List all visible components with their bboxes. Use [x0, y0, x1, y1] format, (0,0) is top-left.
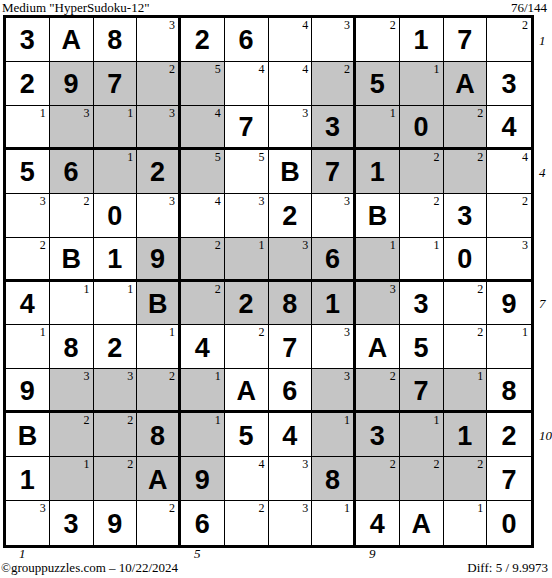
cell-value: 7 [325, 156, 340, 186]
cell-r4c12[interactable]: 4 [487, 150, 531, 194]
pencil-mark: 5 [259, 150, 265, 165]
cell-r6c10[interactable]: 1 [400, 238, 444, 282]
pencil-mark: 3 [169, 194, 175, 209]
pencil-mark: 1 [434, 238, 440, 253]
cell-r4c11[interactable]: 2 [444, 150, 488, 194]
cell-r11c1[interactable]: 1 [6, 457, 50, 501]
cell-r4c10[interactable]: 2 [400, 150, 444, 194]
cell-r7c6[interactable]: 2 [225, 282, 269, 326]
cell-value: 1 [107, 243, 122, 273]
cell-r2c8[interactable]: 2 [312, 62, 356, 106]
cell-r12c9[interactable]: 4 [356, 501, 400, 545]
pencil-mark: 2 [84, 413, 90, 428]
cell-value: A [236, 375, 256, 405]
pencil-mark: 2 [477, 282, 483, 297]
cell-value: 0 [502, 508, 517, 538]
cell-r7c8[interactable]: 1 [312, 282, 356, 326]
cell-r8c12[interactable]: 1 [487, 325, 531, 369]
pencil-mark: 3 [84, 369, 90, 384]
cell-value: 1 [457, 420, 472, 450]
cell-r7c7[interactable]: 8 [269, 282, 313, 326]
cell-r1c4[interactable]: 3 [137, 18, 181, 62]
pencil-mark: 3 [259, 194, 265, 209]
cell-r8c5[interactable]: 4 [181, 325, 225, 369]
pencil-mark: 3 [302, 106, 308, 121]
cell-r5c6[interactable]: 3 [225, 194, 269, 238]
cell-r10c7[interactable]: 4 [269, 413, 313, 457]
cell-r6c7[interactable]: 3 [269, 238, 313, 282]
cell-value: 2 [502, 420, 517, 450]
cell-value: 2 [195, 24, 210, 54]
cell-r4c3[interactable]: 1 [94, 150, 138, 194]
pencil-mark: 4 [302, 62, 308, 77]
cell-value: 3 [370, 420, 385, 450]
cell-r11c4[interactable]: A [137, 457, 181, 501]
cell-value: 9 [20, 375, 35, 405]
col-label: 9 [369, 547, 376, 560]
cell-r4c9[interactable]: 1 [356, 150, 400, 194]
cell-r5c2[interactable]: 2 [50, 194, 94, 238]
cell-r9c11[interactable]: 1 [444, 369, 488, 413]
cell-r1c8[interactable]: 3 [312, 18, 356, 62]
cell-value: 2 [282, 200, 297, 230]
cell-r5c3[interactable]: 0 [94, 194, 138, 238]
cell-r5c10[interactable]: 2 [400, 194, 444, 238]
cell-r1c2[interactable]: A [50, 18, 94, 62]
pencil-mark: 1 [40, 325, 46, 340]
cell-r5c5[interactable]: 4 [181, 194, 225, 238]
pencil-mark: 3 [390, 282, 396, 297]
puzzle-title: Medium "HyperSudoku-12" [2, 0, 149, 16]
pencil-mark: 1 [215, 413, 221, 428]
pencil-mark: 1 [344, 501, 350, 516]
pencil-mark: 2 [390, 18, 396, 33]
cell-r9c3[interactable]: 3 [94, 369, 138, 413]
pencil-mark: 4 [215, 106, 221, 121]
cell-value: 5 [370, 68, 385, 98]
cell-value: 9 [107, 508, 122, 538]
row-label: 7 [539, 297, 546, 310]
cell-r2c10[interactable]: 1 [400, 62, 444, 106]
cell-r8c9[interactable]: A [356, 325, 400, 369]
cell-r6c2[interactable]: B [50, 238, 94, 282]
cell-r1c12[interactable]: 2 [487, 18, 531, 62]
row-label: 10 [539, 429, 552, 442]
pencil-mark: 2 [169, 501, 175, 516]
cell-r3c1[interactable]: 1 [6, 106, 50, 150]
cell-r10c10[interactable]: 1 [400, 413, 444, 457]
cell-r1c6[interactable]: 6 [225, 18, 269, 62]
cell-r3c4[interactable]: 3 [137, 106, 181, 150]
cell-r10c3[interactable]: 2 [94, 413, 138, 457]
cell-value: 9 [195, 464, 210, 494]
pencil-mark: 1 [434, 413, 440, 428]
pencil-mark: 1 [477, 369, 483, 384]
pencil-mark: 3 [127, 369, 133, 384]
cell-r10c4[interactable]: 8 [137, 413, 181, 457]
pencil-mark: 3 [344, 325, 350, 340]
cell-r12c5[interactable]: 6 [181, 501, 225, 545]
cell-r3c6[interactable]: 7 [225, 106, 269, 150]
cell-r11c5[interactable]: 9 [181, 457, 225, 501]
pencil-mark: 2 [84, 194, 90, 209]
cell-value: 6 [64, 156, 79, 186]
cell-value: 4 [20, 288, 35, 318]
cell-r2c4[interactable]: 2 [137, 62, 181, 106]
cell-r11c12[interactable]: 7 [487, 457, 531, 501]
row-label: 4 [539, 166, 546, 179]
pencil-mark: 2 [169, 62, 175, 77]
cell-r7c4[interactable]: B [137, 282, 181, 326]
cell-r2c5[interactable]: 5 [181, 62, 225, 106]
cell-r10c12[interactable]: 2 [487, 413, 531, 457]
pencil-mark: 1 [390, 106, 396, 121]
cell-r11c3[interactable]: 2 [94, 457, 138, 501]
cell-r9c8[interactable]: 3 [312, 369, 356, 413]
cell-r1c11[interactable]: 7 [444, 18, 488, 62]
cell-value: 6 [282, 375, 297, 405]
pencil-mark: 2 [390, 457, 396, 472]
col-label: 5 [194, 547, 201, 560]
cell-value: 4 [370, 508, 385, 538]
cell-r10c11[interactable]: 1 [444, 413, 488, 457]
pencil-mark: 2 [390, 369, 396, 384]
cell-value: 7 [282, 332, 297, 362]
pencil-mark: 3 [169, 18, 175, 33]
cell-r8c4[interactable]: 1 [137, 325, 181, 369]
cell-r8c8[interactable]: 3 [312, 325, 356, 369]
cell-r9c5[interactable]: 1 [181, 369, 225, 413]
cell-r10c5[interactable]: 1 [181, 413, 225, 457]
cell-value: 1 [325, 288, 340, 318]
cell-r6c5[interactable]: 2 [181, 238, 225, 282]
cell-r6c1[interactable]: 2 [6, 238, 50, 282]
cell-value: 8 [150, 420, 165, 450]
pencil-mark: 2 [522, 18, 528, 33]
cell-value: 3 [414, 288, 429, 318]
cell-r4c8[interactable]: 7 [312, 150, 356, 194]
copyright-text: ©grouppuzzles.com – 10/22/2024 [1, 560, 178, 576]
cell-r2c1[interactable]: 2 [6, 62, 50, 106]
pencil-mark: 2 [434, 457, 440, 472]
cell-r11c11[interactable]: 2 [444, 457, 488, 501]
cell-r5c7[interactable]: 2 [269, 194, 313, 238]
board: 3A83264321722972544251A31313473310245612… [3, 15, 534, 548]
pencil-mark: 4 [302, 18, 308, 33]
cell-r7c9[interactable]: 3 [356, 282, 400, 326]
cell-value: 8 [502, 375, 517, 405]
pencil-mark: 2 [259, 501, 265, 516]
cell-r12c8[interactable]: 1 [312, 501, 356, 545]
cell-r9c10[interactable]: 7 [400, 369, 444, 413]
pencil-mark: 3 [344, 18, 350, 33]
pencil-mark: 5 [215, 150, 221, 165]
cell-value: 5 [239, 420, 254, 450]
pencil-mark: 2 [434, 194, 440, 209]
cell-value: 5 [414, 332, 429, 362]
cell-r12c10[interactable]: A [400, 501, 444, 545]
cell-r2c12[interactable]: 3 [487, 62, 531, 106]
cell-r2c2[interactable]: 9 [50, 62, 94, 106]
cell-value: 5 [20, 156, 35, 186]
cell-r4c6[interactable]: 5 [225, 150, 269, 194]
pencil-mark: 4 [259, 457, 265, 472]
cell-value: 7 [239, 111, 254, 141]
cell-value: 9 [64, 68, 79, 98]
cell-r5c4[interactable]: 3 [137, 194, 181, 238]
cell-r9c1[interactable]: 9 [6, 369, 50, 413]
cell-r4c1[interactable]: 5 [6, 150, 50, 194]
pencil-mark: 1 [522, 325, 528, 340]
cell-value: 1 [370, 156, 385, 186]
cell-r1c9[interactable]: 2 [356, 18, 400, 62]
pencil-mark: 2 [477, 150, 483, 165]
cell-r6c11[interactable]: 0 [444, 238, 488, 282]
cell-r1c7[interactable]: 4 [269, 18, 313, 62]
cell-r3c3[interactable]: 1 [94, 106, 138, 150]
cell-value: B [18, 420, 38, 450]
cell-value: 2 [239, 288, 254, 318]
cell-r12c2[interactable]: 3 [50, 501, 94, 545]
pencil-mark: 3 [40, 501, 46, 516]
cell-r10c8[interactable]: 1 [312, 413, 356, 457]
cell-r9c2[interactable]: 3 [50, 369, 94, 413]
cell-value: A [411, 508, 431, 538]
cell-value: 3 [502, 68, 517, 98]
pencil-mark: 1 [477, 501, 483, 516]
cell-r12c3[interactable]: 9 [94, 501, 138, 545]
cell-r1c10[interactable]: 1 [400, 18, 444, 62]
cell-r3c10[interactable]: 0 [400, 106, 444, 150]
pencil-mark: 3 [344, 369, 350, 384]
pencil-mark: 2 [259, 325, 265, 340]
cell-r11c6[interactable]: 4 [225, 457, 269, 501]
cell-r10c6[interactable]: 5 [225, 413, 269, 457]
cell-r11c2[interactable]: 1 [50, 457, 94, 501]
cell-r10c2[interactable]: 2 [50, 413, 94, 457]
cell-r7c1[interactable]: 4 [6, 282, 50, 326]
cell-value: 8 [325, 464, 340, 494]
pencil-mark: 4 [259, 62, 265, 77]
cell-r5c9[interactable]: B [356, 194, 400, 238]
cell-r7c3[interactable]: 1 [94, 282, 138, 326]
pencil-mark: 1 [169, 325, 175, 340]
cell-r2c9[interactable]: 5 [356, 62, 400, 106]
pencil-mark: 2 [215, 282, 221, 297]
cell-r5c12[interactable]: 2 [487, 194, 531, 238]
cell-r10c9[interactable]: 3 [356, 413, 400, 457]
cell-value: 0 [457, 243, 472, 273]
cell-value: A [368, 332, 388, 362]
pencil-mark: 2 [434, 150, 440, 165]
cell-r9c4[interactable]: 2 [137, 369, 181, 413]
pencil-mark: 1 [84, 282, 90, 297]
pencil-mark: 3 [302, 457, 308, 472]
cell-r7c5[interactable]: 2 [181, 282, 225, 326]
cell-value: 7 [414, 375, 429, 405]
cell-r8c6[interactable]: 2 [225, 325, 269, 369]
cell-r12c4[interactable]: 2 [137, 501, 181, 545]
cell-value: 9 [150, 243, 165, 273]
pencil-mark: 4 [522, 150, 528, 165]
pencil-mark: 2 [522, 194, 528, 209]
cell-r2c6[interactable]: 4 [225, 62, 269, 106]
pencil-mark: 2 [215, 238, 221, 253]
cell-value: 6 [195, 508, 210, 538]
cell-r3c7[interactable]: 3 [269, 106, 313, 150]
cell-r8c11[interactable]: 2 [444, 325, 488, 369]
cell-value: 1 [20, 464, 35, 494]
pencil-mark: 3 [169, 106, 175, 121]
cell-r12c12[interactable]: 0 [487, 501, 531, 545]
cell-r3c2[interactable]: 3 [50, 106, 94, 150]
cell-r9c9[interactable]: 2 [356, 369, 400, 413]
cell-r4c5[interactable]: 5 [181, 150, 225, 194]
cell-r8c3[interactable]: 2 [94, 325, 138, 369]
cell-r11c7[interactable]: 3 [269, 457, 313, 501]
pencil-mark: 1 [127, 150, 133, 165]
cell-value: 3 [20, 24, 35, 54]
pencil-mark: 1 [215, 369, 221, 384]
cell-r6c8[interactable]: 6 [312, 238, 356, 282]
cell-r12c1[interactable]: 3 [6, 501, 50, 545]
pencil-mark: 3 [522, 238, 528, 253]
cell-value: 4 [502, 111, 517, 141]
cell-r5c11[interactable]: 3 [444, 194, 488, 238]
cell-value: A [61, 24, 81, 54]
cell-r2c3[interactable]: 7 [94, 62, 138, 106]
cell-value: 1 [414, 24, 429, 54]
pencil-mark: 3 [84, 106, 90, 121]
pencil-mark: 1 [434, 62, 440, 77]
cell-r10c1[interactable]: B [6, 413, 50, 457]
cell-r12c6[interactable]: 2 [225, 501, 269, 545]
cell-r9c7[interactable]: 6 [269, 369, 313, 413]
pencil-mark: 1 [127, 282, 133, 297]
cell-value: 7 [502, 464, 517, 494]
pencil-mark: 3 [302, 238, 308, 253]
pencil-mark: 1 [344, 413, 350, 428]
cell-r6c12[interactable]: 3 [487, 238, 531, 282]
cell-value: 0 [414, 111, 429, 141]
cell-value: 4 [282, 420, 297, 450]
pencil-mark: 1 [127, 106, 133, 121]
cell-value: 3 [457, 200, 472, 230]
cell-r3c11[interactable]: 2 [444, 106, 488, 150]
cell-value: 3 [325, 111, 340, 141]
cell-value: 8 [107, 24, 122, 54]
pencil-mark: 2 [477, 106, 483, 121]
pencil-mark: 3 [40, 194, 46, 209]
cell-r7c2[interactable]: 1 [50, 282, 94, 326]
cell-r1c3[interactable]: 8 [94, 18, 138, 62]
cell-value: B [148, 288, 168, 318]
cell-value: A [455, 68, 475, 98]
cell-value: 8 [64, 332, 79, 362]
cell-value: B [280, 156, 300, 186]
pencil-mark: 2 [344, 62, 350, 77]
cell-r2c11[interactable]: A [444, 62, 488, 106]
cell-r4c2[interactable]: 6 [50, 150, 94, 194]
pencil-mark: 2 [477, 325, 483, 340]
cell-r6c3[interactable]: 1 [94, 238, 138, 282]
pencil-mark: 1 [40, 106, 46, 121]
cell-r3c12[interactable]: 4 [487, 106, 531, 150]
cell-r11c8[interactable]: 8 [312, 457, 356, 501]
pencil-mark: 1 [390, 238, 396, 253]
cell-r4c7[interactable]: B [269, 150, 313, 194]
row-label: 1 [539, 34, 546, 47]
cell-value: A [148, 464, 168, 494]
cell-value: 6 [325, 243, 340, 273]
cell-r7c11[interactable]: 2 [444, 282, 488, 326]
pencil-mark: 2 [127, 413, 133, 428]
pencil-mark: 3 [344, 194, 350, 209]
cell-r8c2[interactable]: 8 [50, 325, 94, 369]
cell-r11c9[interactable]: 2 [356, 457, 400, 501]
cell-r3c8[interactable]: 3 [312, 106, 356, 150]
cell-r12c7[interactable]: 3 [269, 501, 313, 545]
cell-value: 3 [64, 508, 79, 538]
cell-r11c10[interactable]: 2 [400, 457, 444, 501]
cell-r9c6[interactable]: A [225, 369, 269, 413]
cell-r2c7[interactable]: 4 [269, 62, 313, 106]
cell-value: 0 [107, 200, 122, 230]
cell-value: 7 [457, 24, 472, 54]
cell-r4c4[interactable]: 2 [137, 150, 181, 194]
cell-r3c9[interactable]: 1 [356, 106, 400, 150]
cell-r6c4[interactable]: 9 [137, 238, 181, 282]
pencil-mark: 3 [302, 501, 308, 516]
cell-r7c10[interactable]: 3 [400, 282, 444, 326]
cell-value: 7 [107, 68, 122, 98]
col-label: 1 [19, 547, 26, 560]
page: Medium "HyperSudoku-12" 76/144 3A8326432… [0, 0, 552, 578]
cell-r9c12[interactable]: 8 [487, 369, 531, 413]
cell-r6c9[interactable]: 1 [356, 238, 400, 282]
pencil-mark: 2 [477, 457, 483, 472]
difficulty-text: Diff: 5 / 9.9973 [467, 560, 548, 576]
cell-r1c5[interactable]: 2 [181, 18, 225, 62]
puzzle-counter: 76/144 [511, 0, 547, 16]
cell-r7c12[interactable]: 9 [487, 282, 531, 326]
cell-r3c5[interactable]: 4 [181, 106, 225, 150]
pencil-mark: 4 [215, 194, 221, 209]
cell-r12c11[interactable]: 1 [444, 501, 488, 545]
cell-value: 2 [150, 156, 165, 186]
pencil-mark: 5 [215, 62, 221, 77]
pencil-mark: 1 [84, 457, 90, 472]
cell-r8c10[interactable]: 5 [400, 325, 444, 369]
pencil-mark: 2 [127, 457, 133, 472]
cell-r5c8[interactable]: 3 [312, 194, 356, 238]
cell-r8c7[interactable]: 7 [269, 325, 313, 369]
cell-value: 8 [282, 288, 297, 318]
cell-value: 2 [107, 332, 122, 362]
cell-value: 2 [20, 68, 35, 98]
cell-r5c1[interactable]: 3 [6, 194, 50, 238]
pencil-mark: 2 [40, 238, 46, 253]
cell-r8c1[interactable]: 1 [6, 325, 50, 369]
cell-r6c6[interactable]: 1 [225, 238, 269, 282]
pencil-mark: 1 [259, 238, 265, 253]
cell-value: 4 [195, 332, 210, 362]
pencil-mark: 2 [169, 369, 175, 384]
cell-value: B [61, 243, 81, 273]
cell-r1c1[interactable]: 3 [6, 18, 50, 62]
cell-value: 6 [239, 24, 254, 54]
cell-value: 9 [502, 288, 517, 318]
